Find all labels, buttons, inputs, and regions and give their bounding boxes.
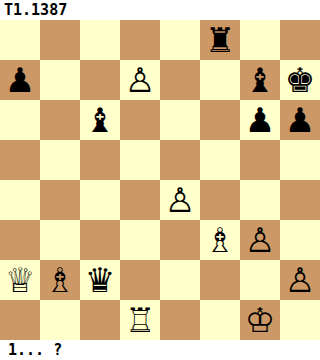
square-c8[interactable] (80, 20, 120, 60)
square-g4[interactable] (240, 180, 280, 220)
square-c1[interactable] (80, 300, 120, 340)
square-h1[interactable] (280, 300, 320, 340)
square-b5[interactable] (40, 140, 80, 180)
square-h8[interactable] (280, 20, 320, 60)
square-a1[interactable] (0, 300, 40, 340)
square-f1[interactable] (200, 300, 240, 340)
move-prompt: 1... ? (0, 340, 320, 360)
square-f5[interactable] (200, 140, 240, 180)
white-bishop-piece: ♗ (205, 220, 235, 260)
white-king-piece: ♔ (245, 300, 275, 340)
square-a5[interactable] (0, 140, 40, 180)
square-b2[interactable]: ♗ (40, 260, 80, 300)
square-a8[interactable] (0, 20, 40, 60)
square-a2[interactable]: ♕ (0, 260, 40, 300)
square-g1[interactable]: ♔ (240, 300, 280, 340)
black-pawn-piece: ♟ (245, 100, 275, 140)
white-bishop-piece: ♗ (45, 260, 75, 300)
square-f6[interactable] (200, 100, 240, 140)
square-f4[interactable] (200, 180, 240, 220)
square-g3[interactable]: ♙ (240, 220, 280, 260)
square-d8[interactable] (120, 20, 160, 60)
black-bishop-piece: ♝ (245, 60, 275, 100)
square-d5[interactable] (120, 140, 160, 180)
square-h4[interactable] (280, 180, 320, 220)
white-pawn-piece: ♙ (285, 260, 315, 300)
white-pawn-piece: ♙ (165, 180, 195, 220)
white-pawn-piece: ♙ (125, 60, 155, 100)
square-c7[interactable] (80, 60, 120, 100)
square-f7[interactable] (200, 60, 240, 100)
square-d3[interactable] (120, 220, 160, 260)
square-e6[interactable] (160, 100, 200, 140)
black-rook-piece: ♜ (205, 20, 235, 60)
square-f2[interactable] (200, 260, 240, 300)
square-c6[interactable]: ♝ (80, 100, 120, 140)
square-b3[interactable] (40, 220, 80, 260)
square-b4[interactable] (40, 180, 80, 220)
black-pawn-piece: ♟ (5, 60, 35, 100)
square-c2[interactable]: ♛ (80, 260, 120, 300)
white-pawn-piece: ♙ (245, 220, 275, 260)
square-b8[interactable] (40, 20, 80, 60)
square-a3[interactable] (0, 220, 40, 260)
square-h3[interactable] (280, 220, 320, 260)
white-queen-piece: ♕ (5, 260, 35, 300)
black-king-piece: ♚ (285, 60, 315, 100)
square-e3[interactable] (160, 220, 200, 260)
square-g6[interactable]: ♟ (240, 100, 280, 140)
square-d1[interactable]: ♖ (120, 300, 160, 340)
square-g5[interactable] (240, 140, 280, 180)
black-bishop-piece: ♝ (85, 100, 115, 140)
square-d2[interactable] (120, 260, 160, 300)
square-e8[interactable] (160, 20, 200, 60)
square-b1[interactable] (40, 300, 80, 340)
chess-board: ♜♟♙♝♚♝♟♟♙♗♙♕♗♛♙♖♔ (0, 20, 320, 340)
black-queen-piece: ♛ (85, 260, 115, 300)
square-e4[interactable]: ♙ (160, 180, 200, 220)
square-c5[interactable] (80, 140, 120, 180)
square-b6[interactable] (40, 100, 80, 140)
black-pawn-piece: ♟ (285, 100, 315, 140)
square-h5[interactable] (280, 140, 320, 180)
square-g7[interactable]: ♝ (240, 60, 280, 100)
square-d7[interactable]: ♙ (120, 60, 160, 100)
square-h6[interactable]: ♟ (280, 100, 320, 140)
square-e5[interactable] (160, 140, 200, 180)
square-a4[interactable] (0, 180, 40, 220)
white-rook-piece: ♖ (125, 300, 155, 340)
square-e2[interactable] (160, 260, 200, 300)
square-h7[interactable]: ♚ (280, 60, 320, 100)
square-b7[interactable] (40, 60, 80, 100)
square-e7[interactable] (160, 60, 200, 100)
puzzle-title: T1.1387 (0, 0, 320, 20)
square-g8[interactable] (240, 20, 280, 60)
square-c3[interactable] (80, 220, 120, 260)
square-c4[interactable] (80, 180, 120, 220)
square-e1[interactable] (160, 300, 200, 340)
square-a6[interactable] (0, 100, 40, 140)
square-g2[interactable] (240, 260, 280, 300)
square-h2[interactable]: ♙ (280, 260, 320, 300)
square-f3[interactable]: ♗ (200, 220, 240, 260)
square-d4[interactable] (120, 180, 160, 220)
square-f8[interactable]: ♜ (200, 20, 240, 60)
square-a7[interactable]: ♟ (0, 60, 40, 100)
square-d6[interactable] (120, 100, 160, 140)
